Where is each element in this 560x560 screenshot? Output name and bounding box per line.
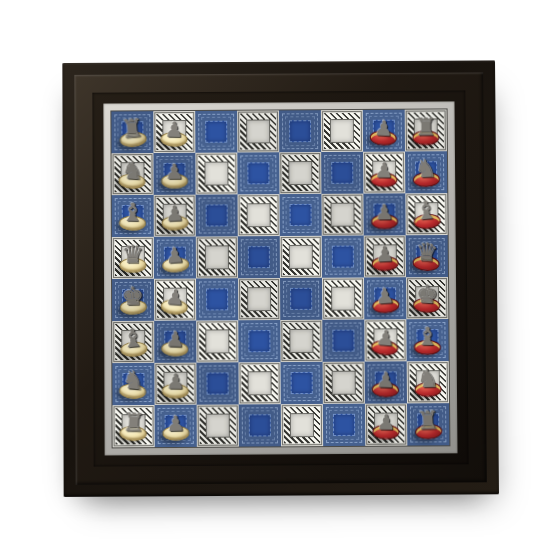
piece-figure: ♝ [121,325,145,352]
square-decor-center [248,246,270,268]
square-d3[interactable] [238,320,280,362]
square-b1[interactable]: ♟ [155,405,197,447]
square-f6[interactable] [321,194,363,236]
piece-white-pawn[interactable]: ♟ [159,278,192,316]
piece-black-queen[interactable]: ♛ [410,235,443,273]
piece-figure: ♛ [122,242,145,267]
square-decor-center [247,162,269,184]
square-f5[interactable] [322,236,364,278]
square-decor-center [248,330,270,352]
square-decor-center [289,329,313,353]
square-decor-center [330,119,354,143]
piece-white-bishop[interactable]: ♝ [117,321,150,359]
piece-black-rook[interactable]: ♜ [412,403,444,441]
square-e1[interactable] [281,404,323,446]
piece-white-pawn[interactable]: ♟ [159,111,190,148]
square-c4[interactable] [196,278,238,320]
square-b8[interactable]: ♟ [153,111,195,153]
piece-figure: ♜ [122,409,146,435]
square-decor-center [248,371,272,395]
square-g3[interactable]: ♟ [364,319,406,361]
square-h4[interactable]: ♚ [406,277,448,319]
square-h2[interactable]: ♞ [407,361,449,403]
piece-black-pawn[interactable]: ♟ [369,319,402,357]
square-f2[interactable] [323,362,365,404]
square-decor-center [206,414,230,438]
square-f7[interactable] [321,152,363,194]
piece-black-knight[interactable]: ♞ [412,362,443,399]
square-f1[interactable] [323,404,365,446]
square-h7[interactable]: ♞ [405,151,447,193]
chess-board: ♜♟♟♜♞♟♟♞♝♟♟♝♛♟♟♛♚♟♟♚♝♟♟♝♞♟♟♞♜♟♟♜ [111,109,449,447]
square-h1[interactable]: ♜ [407,403,449,445]
piece-figure: ♝ [414,197,438,224]
square-decor-center [289,120,311,142]
square-decor-center [290,288,312,310]
square-decor-center [288,161,312,185]
piece-figure: ♟ [165,287,186,309]
square-e7[interactable] [279,152,321,194]
piece-white-rook[interactable]: ♜ [118,405,150,442]
square-d7[interactable] [237,152,279,194]
square-b2[interactable]: ♟ [154,363,196,405]
square-decor-center [332,330,354,352]
square-g7[interactable]: ♟ [363,151,405,193]
square-e8[interactable] [279,110,321,152]
board-frame: ♜♟♟♜♞♟♟♞♝♟♟♝♛♟♟♛♚♟♟♚♝♟♟♝♞♟♟♞♜♟♟♜ [62,60,499,497]
square-decor-center [205,329,229,353]
piece-figure: ♟ [165,162,184,183]
piece-figure: ♚ [121,283,144,309]
square-b4[interactable]: ♟ [154,279,196,321]
square-d2[interactable] [238,362,280,404]
square-g6[interactable]: ♟ [363,193,405,235]
square-c1[interactable] [197,404,239,446]
square-h6[interactable]: ♝ [405,193,447,235]
square-decor-center [330,203,354,227]
square-decor-center [249,414,271,436]
piece-black-bishop[interactable]: ♝ [412,320,442,356]
piece-white-pawn[interactable]: ♟ [159,321,191,358]
piece-white-rook[interactable]: ♜ [116,111,149,149]
square-d6[interactable] [238,194,280,236]
chess-set-photo: ♜♟♟♜♞♟♟♞♝♟♟♝♛♟♟♛♚♟♟♚♝♟♟♝♞♟♟♞♜♟♟♜ [0,0,560,560]
piece-figure: ♟ [375,244,395,266]
square-c8[interactable] [195,111,237,153]
piece-figure: ♟ [165,120,184,141]
piece-black-pawn[interactable]: ♟ [369,152,400,189]
piece-figure: ♟ [165,203,185,225]
square-decor-center [289,245,313,269]
piece-white-knight[interactable]: ♞ [117,363,150,401]
square-h3[interactable]: ♝ [406,319,448,361]
square-g8[interactable]: ♟ [363,110,405,152]
piece-figure: ♛ [415,239,439,266]
square-decor-center [247,203,271,227]
piece-white-queen[interactable]: ♛ [118,238,148,274]
piece-figure: ♟ [375,286,395,308]
piece-white-pawn[interactable]: ♟ [159,195,190,232]
piece-white-pawn[interactable]: ♟ [160,363,191,399]
square-c3[interactable] [196,320,238,362]
square-decor-center [290,204,312,226]
square-d1[interactable] [239,404,281,446]
square-c2[interactable] [196,362,238,404]
piece-black-pawn[interactable]: ♟ [369,277,402,315]
piece-figure: ♟ [374,160,393,181]
square-decor-center [333,414,355,436]
square-c6[interactable] [196,194,238,236]
square-h5[interactable]: ♛ [406,235,448,277]
square-decor-center [332,246,354,268]
piece-white-king[interactable]: ♚ [117,279,148,316]
piece-white-knight[interactable]: ♞ [116,153,148,191]
square-decor-center [331,162,353,184]
piece-figure: ♜ [416,408,440,434]
square-d8[interactable] [237,110,279,152]
square-decor-center [332,371,356,395]
square-a3[interactable]: ♝ [112,321,154,363]
piece-figure: ♟ [166,413,185,435]
square-g4[interactable]: ♟ [364,277,406,319]
piece-figure: ♞ [414,156,437,182]
square-decor-center [290,413,314,437]
square-e2[interactable] [281,362,323,404]
piece-figure: ♟ [377,412,396,433]
piece-black-pawn[interactable]: ♟ [371,404,401,440]
square-e6[interactable] [279,194,321,236]
piece-black-pawn[interactable]: ♟ [370,362,402,399]
piece-figure: ♚ [415,281,439,307]
square-e4[interactable] [280,278,322,320]
square-d5[interactable] [238,236,280,278]
square-decor-center [206,372,228,394]
piece-black-knight[interactable]: ♞ [410,152,441,189]
square-g5[interactable]: ♟ [364,235,406,277]
square-a6[interactable]: ♝ [112,195,154,237]
square-decor-center [205,121,227,143]
piece-black-rook[interactable]: ♜ [411,110,441,146]
piece-white-pawn[interactable]: ♟ [160,405,191,442]
square-a4[interactable]: ♚ [112,279,154,321]
piece-figure: ♜ [120,115,145,142]
piece-figure: ♟ [165,245,185,267]
square-b5[interactable]: ♟ [154,237,196,279]
square-decor-center [205,245,229,269]
piece-figure: ♝ [121,200,144,226]
square-f8[interactable] [321,110,363,152]
square-decor-center [206,288,228,310]
square-b6[interactable]: ♟ [154,195,196,237]
piece-figure: ♞ [416,366,439,392]
piece-figure: ♟ [166,371,185,392]
square-a1[interactable]: ♜ [112,405,154,447]
square-a5[interactable]: ♛ [112,237,154,279]
piece-white-pawn[interactable]: ♟ [159,236,192,274]
piece-figure: ♞ [121,157,145,183]
piece-black-pawn[interactable]: ♟ [369,194,399,230]
piece-black-pawn[interactable]: ♟ [369,236,400,273]
piece-figure: ♟ [376,370,396,392]
square-decor-center [204,162,228,186]
piece-figure: ♜ [414,114,437,139]
square-b7[interactable]: ♟ [153,153,195,195]
square-e5[interactable] [280,236,322,278]
square-decor-center [291,372,313,394]
square-g1[interactable]: ♟ [365,403,407,445]
square-a8[interactable]: ♜ [111,111,153,153]
square-decor-center [247,287,271,311]
square-decor-center [246,119,270,143]
square-d4[interactable] [238,278,280,320]
square-f3[interactable] [322,319,364,361]
square-h8[interactable]: ♜ [405,109,447,151]
piece-black-pawn[interactable]: ♟ [368,110,400,148]
square-c7[interactable] [195,153,237,195]
square-b3[interactable]: ♟ [154,321,196,363]
square-c5[interactable] [196,236,238,278]
piece-figure: ♟ [374,118,394,140]
piece-figure: ♟ [375,327,395,349]
square-a7[interactable]: ♞ [112,153,154,195]
piece-figure: ♟ [375,202,394,223]
piece-white-pawn[interactable]: ♟ [159,154,189,190]
piece-black-king[interactable]: ♚ [411,277,443,314]
piece-figure: ♞ [121,367,145,394]
piece-figure: ♟ [165,329,185,351]
piece-figure: ♝ [416,324,439,349]
piece-black-bishop[interactable]: ♝ [410,193,443,231]
square-f4[interactable] [322,277,364,319]
piece-white-bishop[interactable]: ♝ [117,195,148,232]
square-decor-center [206,204,228,226]
square-decor-center [331,287,355,311]
square-e3[interactable] [280,320,322,362]
square-a2[interactable]: ♞ [112,363,154,405]
square-g2[interactable]: ♟ [365,361,407,403]
